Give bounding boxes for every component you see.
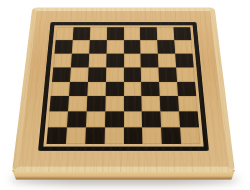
square-g4[interactable] — [159, 81, 178, 96]
square-b4[interactable] — [69, 81, 88, 96]
board-grid — [46, 27, 200, 144]
square-g1[interactable] — [161, 127, 181, 144]
square-b5[interactable] — [70, 67, 89, 81]
square-h5[interactable] — [176, 67, 195, 81]
square-e6[interactable] — [124, 53, 142, 67]
square-f3[interactable] — [142, 96, 161, 111]
square-h7[interactable] — [174, 40, 192, 53]
square-g5[interactable] — [159, 67, 178, 81]
photo-background — [0, 0, 250, 190]
square-d4[interactable] — [105, 81, 123, 96]
board-border-line — [38, 22, 209, 151]
square-a7[interactable] — [54, 40, 72, 53]
square-b8[interactable] — [73, 27, 91, 40]
square-d8[interactable] — [107, 27, 124, 40]
square-f5[interactable] — [141, 67, 159, 81]
square-h6[interactable] — [175, 53, 193, 67]
square-g2[interactable] — [161, 112, 181, 128]
square-h8[interactable] — [174, 27, 192, 40]
square-f1[interactable] — [142, 127, 162, 144]
square-c3[interactable] — [86, 96, 105, 111]
square-a3[interactable] — [49, 96, 69, 111]
square-e7[interactable] — [124, 40, 141, 53]
square-b7[interactable] — [72, 40, 90, 53]
square-d2[interactable] — [105, 112, 124, 128]
square-a5[interactable] — [52, 67, 71, 81]
square-h4[interactable] — [177, 81, 196, 96]
game-board — [12, 7, 235, 172]
square-c8[interactable] — [90, 27, 107, 40]
square-e2[interactable] — [124, 112, 143, 128]
square-h3[interactable] — [178, 96, 198, 111]
square-e8[interactable] — [124, 27, 141, 40]
square-d6[interactable] — [106, 53, 124, 67]
square-c5[interactable] — [88, 67, 106, 81]
square-e3[interactable] — [124, 96, 143, 111]
square-c4[interactable] — [87, 81, 106, 96]
square-d3[interactable] — [105, 96, 124, 111]
square-b3[interactable] — [68, 96, 87, 111]
square-b2[interactable] — [67, 112, 87, 128]
square-a8[interactable] — [56, 27, 74, 40]
square-a1[interactable] — [46, 127, 66, 144]
square-f8[interactable] — [140, 27, 157, 40]
square-d1[interactable] — [104, 127, 123, 144]
square-g6[interactable] — [158, 53, 176, 67]
square-e4[interactable] — [124, 81, 142, 96]
square-c2[interactable] — [86, 112, 105, 128]
square-f4[interactable] — [141, 81, 160, 96]
square-a4[interactable] — [51, 81, 70, 96]
square-h2[interactable] — [179, 112, 199, 128]
square-d7[interactable] — [106, 40, 123, 53]
square-b1[interactable] — [66, 127, 86, 144]
square-c6[interactable] — [88, 53, 106, 67]
square-e5[interactable] — [124, 67, 142, 81]
square-e1[interactable] — [124, 127, 143, 144]
square-f6[interactable] — [141, 53, 159, 67]
square-g3[interactable] — [160, 96, 179, 111]
square-f2[interactable] — [142, 112, 161, 128]
square-g7[interactable] — [157, 40, 175, 53]
square-a6[interactable] — [53, 53, 71, 67]
square-c7[interactable] — [89, 40, 107, 53]
square-d5[interactable] — [106, 67, 124, 81]
square-a2[interactable] — [48, 112, 68, 128]
square-b6[interactable] — [71, 53, 89, 67]
square-f7[interactable] — [140, 40, 158, 53]
square-h1[interactable] — [180, 127, 200, 144]
square-g8[interactable] — [157, 27, 175, 40]
square-c1[interactable] — [85, 127, 105, 144]
